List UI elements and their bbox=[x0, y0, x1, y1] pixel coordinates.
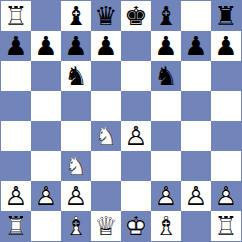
square-h4[interactable] bbox=[211, 121, 241, 151]
white-pawn: ♟♙ bbox=[121, 121, 151, 151]
square-b6[interactable] bbox=[31, 61, 61, 91]
white-rook: ♜♖ bbox=[1, 1, 31, 31]
square-f1[interactable]: ♝♗ bbox=[151, 211, 181, 241]
chess-board: ♜♖♝♛♚♝♜♟♟♟♟♟♟♟♞♞♞♘♟♙♞♘♟♙♟♙♟♙♟♙♟♙♟♙♜♖♝♗♛♕… bbox=[0, 0, 242, 242]
square-f3[interactable] bbox=[151, 151, 181, 181]
square-a6[interactable] bbox=[1, 61, 31, 91]
white-bishop: ♝♗ bbox=[61, 211, 91, 241]
square-g6[interactable] bbox=[181, 61, 211, 91]
square-f6[interactable]: ♞ bbox=[151, 61, 181, 91]
square-h6[interactable] bbox=[211, 61, 241, 91]
square-g3[interactable] bbox=[181, 151, 211, 181]
square-d3[interactable] bbox=[91, 151, 121, 181]
square-b5[interactable] bbox=[31, 91, 61, 121]
square-b7[interactable]: ♟ bbox=[31, 31, 61, 61]
white-pawn: ♟♙ bbox=[1, 181, 31, 211]
square-h5[interactable] bbox=[211, 91, 241, 121]
black-pawn: ♟ bbox=[1, 31, 31, 61]
square-d5[interactable] bbox=[91, 91, 121, 121]
white-rook: ♜♖ bbox=[1, 211, 31, 241]
black-queen: ♛ bbox=[91, 1, 121, 31]
black-pawn: ♟ bbox=[181, 31, 211, 61]
square-a1[interactable]: ♜♖ bbox=[1, 211, 31, 241]
square-g8[interactable] bbox=[181, 1, 211, 31]
black-bishop: ♝ bbox=[61, 1, 91, 31]
square-a3[interactable] bbox=[1, 151, 31, 181]
square-b8[interactable] bbox=[31, 1, 61, 31]
square-h1[interactable]: ♜♖ bbox=[211, 211, 241, 241]
square-c1[interactable]: ♝♗ bbox=[61, 211, 91, 241]
square-c4[interactable] bbox=[61, 121, 91, 151]
black-bishop: ♝ bbox=[151, 1, 181, 31]
square-c2[interactable]: ♟♙ bbox=[61, 181, 91, 211]
white-bishop: ♝♗ bbox=[151, 211, 181, 241]
square-a7[interactable]: ♟ bbox=[1, 31, 31, 61]
square-g5[interactable] bbox=[181, 91, 211, 121]
square-g7[interactable]: ♟ bbox=[181, 31, 211, 61]
white-knight: ♞♘ bbox=[61, 151, 91, 181]
square-g4[interactable] bbox=[181, 121, 211, 151]
black-king: ♚ bbox=[121, 1, 151, 31]
square-f2[interactable]: ♟♙ bbox=[151, 181, 181, 211]
square-h7[interactable]: ♟ bbox=[211, 31, 241, 61]
black-knight: ♞ bbox=[151, 61, 181, 91]
black-pawn: ♟ bbox=[211, 31, 241, 61]
white-king: ♚♔ bbox=[121, 211, 151, 241]
square-b4[interactable] bbox=[31, 121, 61, 151]
square-b3[interactable] bbox=[31, 151, 61, 181]
square-f5[interactable] bbox=[151, 91, 181, 121]
square-e6[interactable] bbox=[121, 61, 151, 91]
white-pawn: ♟♙ bbox=[31, 181, 61, 211]
square-h2[interactable]: ♟♙ bbox=[211, 181, 241, 211]
square-d1[interactable]: ♛♕ bbox=[91, 211, 121, 241]
square-c5[interactable] bbox=[61, 91, 91, 121]
white-pawn: ♟♙ bbox=[181, 181, 211, 211]
square-e4[interactable]: ♟♙ bbox=[121, 121, 151, 151]
white-pawn: ♟♙ bbox=[211, 181, 241, 211]
square-c8[interactable]: ♝ bbox=[61, 1, 91, 31]
square-f4[interactable] bbox=[151, 121, 181, 151]
square-h8[interactable]: ♜ bbox=[211, 1, 241, 31]
square-a4[interactable] bbox=[1, 121, 31, 151]
square-c3[interactable]: ♞♘ bbox=[61, 151, 91, 181]
square-d4[interactable]: ♞♘ bbox=[91, 121, 121, 151]
square-a2[interactable]: ♟♙ bbox=[1, 181, 31, 211]
square-e5[interactable] bbox=[121, 91, 151, 121]
square-e7[interactable] bbox=[121, 31, 151, 61]
square-f7[interactable]: ♟ bbox=[151, 31, 181, 61]
square-e1[interactable]: ♚♔ bbox=[121, 211, 151, 241]
square-b2[interactable]: ♟♙ bbox=[31, 181, 61, 211]
square-h3[interactable] bbox=[211, 151, 241, 181]
black-knight: ♞ bbox=[61, 61, 91, 91]
white-rook: ♜♖ bbox=[211, 211, 241, 241]
white-knight: ♞♘ bbox=[91, 121, 121, 151]
black-rook: ♜ bbox=[211, 1, 241, 31]
square-b1[interactable] bbox=[31, 211, 61, 241]
square-e3[interactable] bbox=[121, 151, 151, 181]
black-pawn: ♟ bbox=[91, 31, 121, 61]
square-d6[interactable] bbox=[91, 61, 121, 91]
square-a8[interactable]: ♜♖ bbox=[1, 1, 31, 31]
square-d2[interactable] bbox=[91, 181, 121, 211]
square-d8[interactable]: ♛ bbox=[91, 1, 121, 31]
black-pawn: ♟ bbox=[151, 31, 181, 61]
square-g2[interactable]: ♟♙ bbox=[181, 181, 211, 211]
white-pawn: ♟♙ bbox=[151, 181, 181, 211]
black-pawn: ♟ bbox=[61, 31, 91, 61]
square-c7[interactable]: ♟ bbox=[61, 31, 91, 61]
square-f8[interactable]: ♝ bbox=[151, 1, 181, 31]
square-c6[interactable]: ♞ bbox=[61, 61, 91, 91]
square-e8[interactable]: ♚ bbox=[121, 1, 151, 31]
black-pawn: ♟ bbox=[31, 31, 61, 61]
square-a5[interactable] bbox=[1, 91, 31, 121]
square-d7[interactable]: ♟ bbox=[91, 31, 121, 61]
white-pawn: ♟♙ bbox=[61, 181, 91, 211]
square-g1[interactable] bbox=[181, 211, 211, 241]
white-queen: ♛♕ bbox=[91, 211, 121, 241]
square-e2[interactable] bbox=[121, 181, 151, 211]
